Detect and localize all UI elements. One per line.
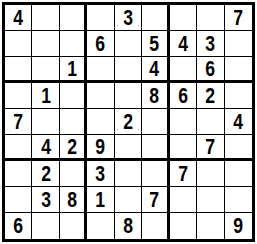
cell-r3c9[interactable] [225,57,252,83]
cell-r7c5[interactable] [115,161,142,187]
cell-r1c5[interactable]: 3 [115,5,142,31]
cell-r1c4[interactable] [87,5,114,31]
cell-r1c9[interactable]: 7 [225,5,252,31]
cell-r4c6[interactable]: 8 [142,83,169,109]
given-digit: 3 [41,189,51,211]
given-digit: 2 [205,85,215,107]
given-digit: 4 [150,58,160,80]
given-digit: 9 [96,136,106,158]
cell-r7c8[interactable] [197,161,224,187]
cell-r9c6[interactable] [142,213,169,239]
cell-r6c7[interactable] [170,135,197,161]
cell-r7c3[interactable] [60,161,87,187]
cell-r1c3[interactable] [60,5,87,31]
cell-r3c7[interactable] [170,57,197,83]
cell-r1c7[interactable] [170,5,197,31]
cell-r6c4[interactable]: 9 [87,135,114,161]
cell-r4c1[interactable] [5,83,32,109]
cell-r1c8[interactable] [197,5,224,31]
cell-r2c3[interactable] [60,31,87,57]
given-digit: 5 [150,33,160,55]
cell-r8c2[interactable]: 3 [32,187,59,213]
cell-r4c9[interactable] [225,83,252,109]
cell-r8c6[interactable]: 7 [142,187,169,213]
cell-r7c9[interactable] [225,161,252,187]
given-digit: 2 [123,111,133,133]
given-digit: 7 [13,111,23,133]
cell-r8c5[interactable] [115,187,142,213]
cell-r5c8[interactable] [197,109,224,135]
cell-r7c1[interactable] [5,161,32,187]
given-digit: 1 [67,58,77,80]
cell-r1c1[interactable]: 4 [5,5,32,31]
cell-r9c7[interactable] [170,213,197,239]
given-digit: 3 [96,163,106,185]
cell-r6c8[interactable]: 7 [197,135,224,161]
cell-r2c5[interactable] [115,31,142,57]
given-digit: 8 [67,189,77,211]
cell-r2c4[interactable]: 6 [87,31,114,57]
given-digit: 6 [178,85,188,107]
cell-r2c9[interactable] [225,31,252,57]
cell-r8c1[interactable] [5,187,32,213]
cell-r9c4[interactable] [87,213,114,239]
cell-r8c8[interactable] [197,187,224,213]
cell-r4c5[interactable] [115,83,142,109]
cell-r5c2[interactable] [32,109,59,135]
cell-r8c9[interactable] [225,187,252,213]
cell-r4c3[interactable] [60,83,87,109]
cell-r7c4[interactable]: 3 [87,161,114,187]
cell-r4c2[interactable]: 1 [32,83,59,109]
cell-r4c7[interactable]: 6 [170,83,197,109]
cell-r5c9[interactable]: 4 [225,109,252,135]
given-digit: 8 [150,85,160,107]
given-digit: 7 [205,136,215,158]
given-digit: 6 [96,33,106,55]
cell-r5c7[interactable] [170,109,197,135]
cell-r3c5[interactable] [115,57,142,83]
given-digit: 3 [205,33,215,55]
cell-r7c6[interactable] [142,161,169,187]
cell-r9c5[interactable]: 8 [115,213,142,239]
cell-r3c4[interactable] [87,57,114,83]
cell-r3c6[interactable]: 4 [142,57,169,83]
cell-r7c2[interactable]: 2 [32,161,59,187]
puzzle-canvas: 4376543146186272442972373817689 [0,0,257,244]
cell-r9c1[interactable]: 6 [5,213,32,239]
given-digit: 6 [13,215,23,237]
cell-r6c3[interactable]: 2 [60,135,87,161]
cell-r2c6[interactable]: 5 [142,31,169,57]
given-digit: 9 [233,215,243,237]
cell-r6c2[interactable]: 4 [32,135,59,161]
cell-r6c9[interactable] [225,135,252,161]
cell-r2c2[interactable] [32,31,59,57]
given-digit: 6 [205,58,215,80]
given-digit: 7 [233,7,243,29]
cell-r3c8[interactable]: 6 [197,57,224,83]
cell-r1c6[interactable] [142,5,169,31]
given-digit: 4 [13,7,23,29]
given-digit: 7 [178,163,188,185]
cell-r8c4[interactable]: 1 [87,187,114,213]
cell-r9c2[interactable] [32,213,59,239]
cell-r3c1[interactable] [5,57,32,83]
given-digit: 2 [41,163,51,185]
cell-r2c7[interactable]: 4 [170,31,197,57]
cell-r2c8[interactable]: 3 [197,31,224,57]
given-digit: 4 [41,136,51,158]
cell-r5c6[interactable] [142,109,169,135]
cell-r6c1[interactable] [5,135,32,161]
cell-r5c3[interactable] [60,109,87,135]
cell-r3c2[interactable] [32,57,59,83]
given-digit: 3 [123,7,133,29]
given-digit: 7 [150,189,160,211]
cell-r9c8[interactable] [197,213,224,239]
cell-r4c4[interactable] [87,83,114,109]
cell-r5c1[interactable]: 7 [5,109,32,135]
cell-r9c3[interactable] [60,213,87,239]
cell-r6c6[interactable] [142,135,169,161]
cell-r8c7[interactable] [170,187,197,213]
cell-r1c2[interactable] [32,5,59,31]
given-digit: 1 [41,85,51,107]
cell-r9c9[interactable]: 9 [225,213,252,239]
cell-r7c7[interactable]: 7 [170,161,197,187]
cell-r2c1[interactable] [5,31,32,57]
given-digit: 4 [233,111,243,133]
cell-r4c8[interactable]: 2 [197,83,224,109]
sudoku-board: 4376543146186272442972373817689 [2,2,255,242]
cell-r5c5[interactable]: 2 [115,109,142,135]
cell-r3c3[interactable]: 1 [60,57,87,83]
cell-r8c3[interactable]: 8 [60,187,87,213]
given-digit: 4 [178,33,188,55]
given-digit: 1 [96,189,106,211]
given-digit: 2 [67,136,77,158]
cell-r6c5[interactable] [115,135,142,161]
cell-r5c4[interactable] [87,109,114,135]
given-digit: 8 [123,215,133,237]
